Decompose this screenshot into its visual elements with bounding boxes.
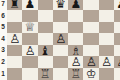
square-d3[interactable] [53, 45, 68, 57]
square-c4[interactable] [38, 33, 53, 45]
square-e7[interactable]: ♟ [68, 0, 83, 10]
square-c7[interactable] [38, 0, 53, 10]
piece-white-pawn-a4[interactable]: ♙ [7, 33, 22, 45]
piece-white-pawn-b3[interactable]: ♙ [22, 45, 37, 57]
square-g5[interactable] [99, 22, 114, 34]
piece-black-bishop-c3[interactable]: ♝ [38, 45, 53, 57]
square-c6[interactable] [38, 10, 53, 22]
rank-label-1: 1 [0, 71, 6, 78]
square-b4[interactable] [22, 33, 37, 45]
square-b7[interactable]: ♟ [22, 0, 37, 10]
piece-black-pawn-b7[interactable]: ♟ [22, 0, 37, 10]
square-f2[interactable]: ♙ [83, 56, 98, 68]
square-e2[interactable]: ♙ [68, 56, 83, 68]
square-h6[interactable] [114, 10, 120, 22]
piece-white-rook-c1[interactable]: ♖ [38, 68, 53, 80]
square-a5[interactable] [7, 22, 22, 34]
square-g2[interactable]: ♙ [99, 56, 114, 68]
square-h5[interactable] [114, 22, 120, 34]
chess-board-viewport: ♜♚♜♟♛♟♟♕♙♙♙♝♗♙♙♙♙♖♖♔ 7654321 [0, 0, 120, 80]
rank-label-6: 6 [0, 13, 6, 20]
piece-black-rook-a7[interactable]: ♜ [7, 0, 22, 10]
square-d5[interactable] [53, 22, 68, 34]
square-b1[interactable] [22, 68, 37, 80]
square-d6[interactable] [53, 10, 68, 22]
square-e1[interactable]: ♖ [68, 68, 83, 80]
square-b2[interactable] [22, 56, 37, 68]
square-g3[interactable] [99, 45, 114, 57]
square-h7[interactable]: ♟ [114, 0, 120, 10]
piece-white-pawn-f2[interactable]: ♙ [83, 56, 98, 68]
piece-white-pawn-g2[interactable]: ♙ [99, 56, 114, 68]
piece-white-rook-e1[interactable]: ♖ [68, 68, 83, 80]
square-b6[interactable] [22, 10, 37, 22]
square-g1[interactable] [99, 68, 114, 80]
square-f1[interactable]: ♔ [83, 68, 98, 80]
square-c2[interactable] [38, 56, 53, 68]
piece-white-queen-b5[interactable]: ♕ [22, 22, 37, 34]
square-d4[interactable]: ♙ [53, 33, 68, 45]
square-e3[interactable]: ♗ [68, 45, 83, 57]
square-d2[interactable] [53, 56, 68, 68]
square-f7[interactable] [83, 0, 98, 10]
square-g7[interactable] [99, 0, 114, 10]
square-g6[interactable] [99, 10, 114, 22]
rank-label-5: 5 [0, 24, 6, 31]
square-a6[interactable] [7, 10, 22, 22]
piece-white-pawn-e2[interactable]: ♙ [68, 56, 83, 68]
square-f4[interactable] [83, 33, 98, 45]
chess-board: ♜♚♜♟♛♟♟♕♙♙♙♝♗♙♙♙♙♖♖♔ [7, 0, 120, 80]
square-b3[interactable]: ♙ [22, 45, 37, 57]
piece-black-pawn-e7[interactable]: ♟ [68, 0, 83, 10]
square-e5[interactable] [68, 22, 83, 34]
square-b5[interactable]: ♕ [22, 22, 37, 34]
square-a3[interactable] [7, 45, 22, 57]
square-a1[interactable] [7, 68, 22, 80]
piece-white-bishop-e3[interactable]: ♗ [68, 45, 83, 57]
square-c1[interactable]: ♖ [38, 68, 53, 80]
square-a7[interactable]: ♜ [7, 0, 22, 10]
square-f3[interactable] [83, 45, 98, 57]
piece-white-pawn-h2[interactable]: ♙ [114, 56, 120, 68]
square-d7[interactable]: ♛ [53, 0, 68, 10]
square-c5[interactable] [38, 22, 53, 34]
square-c3[interactable]: ♝ [38, 45, 53, 57]
rank-label-4: 4 [0, 36, 6, 43]
square-h4[interactable] [114, 33, 120, 45]
square-f5[interactable] [83, 22, 98, 34]
square-a4[interactable]: ♙ [7, 33, 22, 45]
square-g4[interactable] [99, 33, 114, 45]
piece-black-pawn-h7[interactable]: ♟ [114, 0, 120, 10]
piece-white-pawn-d4[interactable]: ♙ [53, 33, 68, 45]
square-e4[interactable] [68, 33, 83, 45]
piece-white-king-f1[interactable]: ♔ [83, 68, 98, 80]
rank-label-7: 7 [0, 1, 6, 8]
square-f6[interactable] [83, 10, 98, 22]
piece-black-queen-d7[interactable]: ♛ [53, 0, 68, 10]
rank-label-2: 2 [0, 59, 6, 66]
rank-label-3: 3 [0, 47, 6, 54]
square-h1[interactable] [114, 68, 120, 80]
square-a2[interactable] [7, 56, 22, 68]
square-h3[interactable] [114, 45, 120, 57]
square-h2[interactable]: ♙ [114, 56, 120, 68]
square-d1[interactable] [53, 68, 68, 80]
square-e6[interactable] [68, 10, 83, 22]
